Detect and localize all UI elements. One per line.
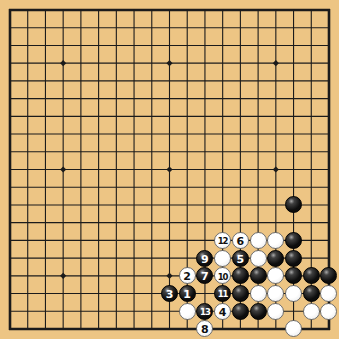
black-stone bbox=[285, 196, 302, 213]
move-9-black-stone: 9 bbox=[196, 250, 213, 267]
black-stone bbox=[320, 267, 337, 284]
move-number: 7 bbox=[201, 271, 209, 282]
move-8-white-stone: 8 bbox=[196, 320, 213, 337]
move-number: 4 bbox=[219, 306, 227, 317]
white-stone bbox=[285, 285, 302, 302]
go-board[interactable]: 12345678910111213 bbox=[0, 0, 339, 339]
white-stone bbox=[303, 303, 320, 320]
white-stone bbox=[267, 285, 284, 302]
move-7-black-stone: 7 bbox=[196, 267, 213, 284]
black-stone bbox=[232, 267, 249, 284]
move-number: 2 bbox=[183, 271, 191, 282]
white-stone bbox=[250, 250, 267, 267]
white-stone bbox=[267, 303, 284, 320]
move-number: 9 bbox=[201, 253, 209, 264]
black-stone bbox=[232, 285, 249, 302]
black-stone bbox=[285, 232, 302, 249]
move-13-black-stone: 13 bbox=[196, 303, 213, 320]
white-stone bbox=[320, 303, 337, 320]
stone-grid: 12345678910111213 bbox=[1, 1, 338, 338]
black-stone bbox=[232, 303, 249, 320]
move-number: 13 bbox=[200, 307, 210, 316]
move-2-white-stone: 2 bbox=[179, 267, 196, 284]
move-6-white-stone: 6 bbox=[232, 232, 249, 249]
go-diagram-page: 12345678910111213 bbox=[0, 0, 339, 339]
move-number: 1 bbox=[183, 288, 191, 299]
black-stone bbox=[250, 267, 267, 284]
move-number: 11 bbox=[218, 290, 228, 299]
white-stone bbox=[320, 285, 337, 302]
black-stone bbox=[285, 250, 302, 267]
move-4-white-stone: 4 bbox=[214, 303, 231, 320]
white-stone bbox=[285, 320, 302, 337]
white-stone bbox=[214, 250, 231, 267]
move-5-black-stone: 5 bbox=[232, 250, 249, 267]
move-1-black-stone: 1 bbox=[179, 285, 196, 302]
black-stone bbox=[250, 303, 267, 320]
move-number: 3 bbox=[166, 288, 174, 299]
white-stone bbox=[267, 232, 284, 249]
move-12-white-stone: 12 bbox=[214, 232, 231, 249]
move-number: 12 bbox=[218, 237, 228, 246]
black-stone bbox=[285, 267, 302, 284]
white-stone bbox=[267, 267, 284, 284]
black-stone bbox=[303, 285, 320, 302]
move-number: 6 bbox=[237, 235, 245, 246]
white-stone bbox=[179, 303, 196, 320]
move-number: 8 bbox=[201, 324, 209, 335]
move-number: 5 bbox=[237, 253, 245, 264]
white-stone bbox=[250, 285, 267, 302]
white-stone bbox=[250, 232, 267, 249]
move-11-black-stone: 11 bbox=[214, 285, 231, 302]
move-10-white-stone: 10 bbox=[214, 267, 231, 284]
move-number: 10 bbox=[218, 272, 228, 281]
black-stone bbox=[267, 250, 284, 267]
black-stone bbox=[303, 267, 320, 284]
move-3-black-stone: 3 bbox=[161, 285, 178, 302]
